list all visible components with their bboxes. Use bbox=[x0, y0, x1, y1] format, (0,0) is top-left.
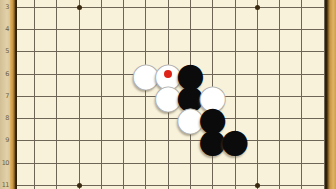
row-labels-gutter: 34567891011 bbox=[0, 0, 10, 189]
star-point bbox=[77, 5, 82, 10]
grid-line-horizontal bbox=[16, 51, 324, 52]
gomoku-board-view: ●●●●●●●●●● 34567891011 bbox=[0, 0, 336, 189]
board-grid[interactable]: ●●●●●●●●●● bbox=[0, 0, 336, 189]
row-label: 8 bbox=[0, 114, 9, 123]
row-label: 9 bbox=[0, 136, 9, 145]
star-point bbox=[255, 183, 260, 188]
grid-line-horizontal bbox=[16, 185, 324, 186]
row-label: 10 bbox=[0, 159, 9, 168]
grid-line-horizontal bbox=[16, 29, 324, 30]
row-label: 6 bbox=[0, 70, 9, 79]
board-frame-left bbox=[10, 0, 17, 189]
grid-line-horizontal bbox=[16, 7, 324, 8]
row-label: 4 bbox=[0, 25, 9, 34]
row-label: 11 bbox=[0, 181, 9, 189]
star-point bbox=[77, 183, 82, 188]
grid-line-horizontal bbox=[16, 140, 324, 141]
row-label: 7 bbox=[0, 92, 9, 101]
grid-line-horizontal bbox=[16, 118, 324, 119]
row-label: 3 bbox=[0, 3, 9, 12]
board-frame-right bbox=[325, 0, 336, 189]
star-point bbox=[255, 5, 260, 10]
black-stone: ● bbox=[224, 129, 247, 152]
row-label: 5 bbox=[0, 47, 9, 56]
grid-line-horizontal bbox=[16, 163, 324, 164]
